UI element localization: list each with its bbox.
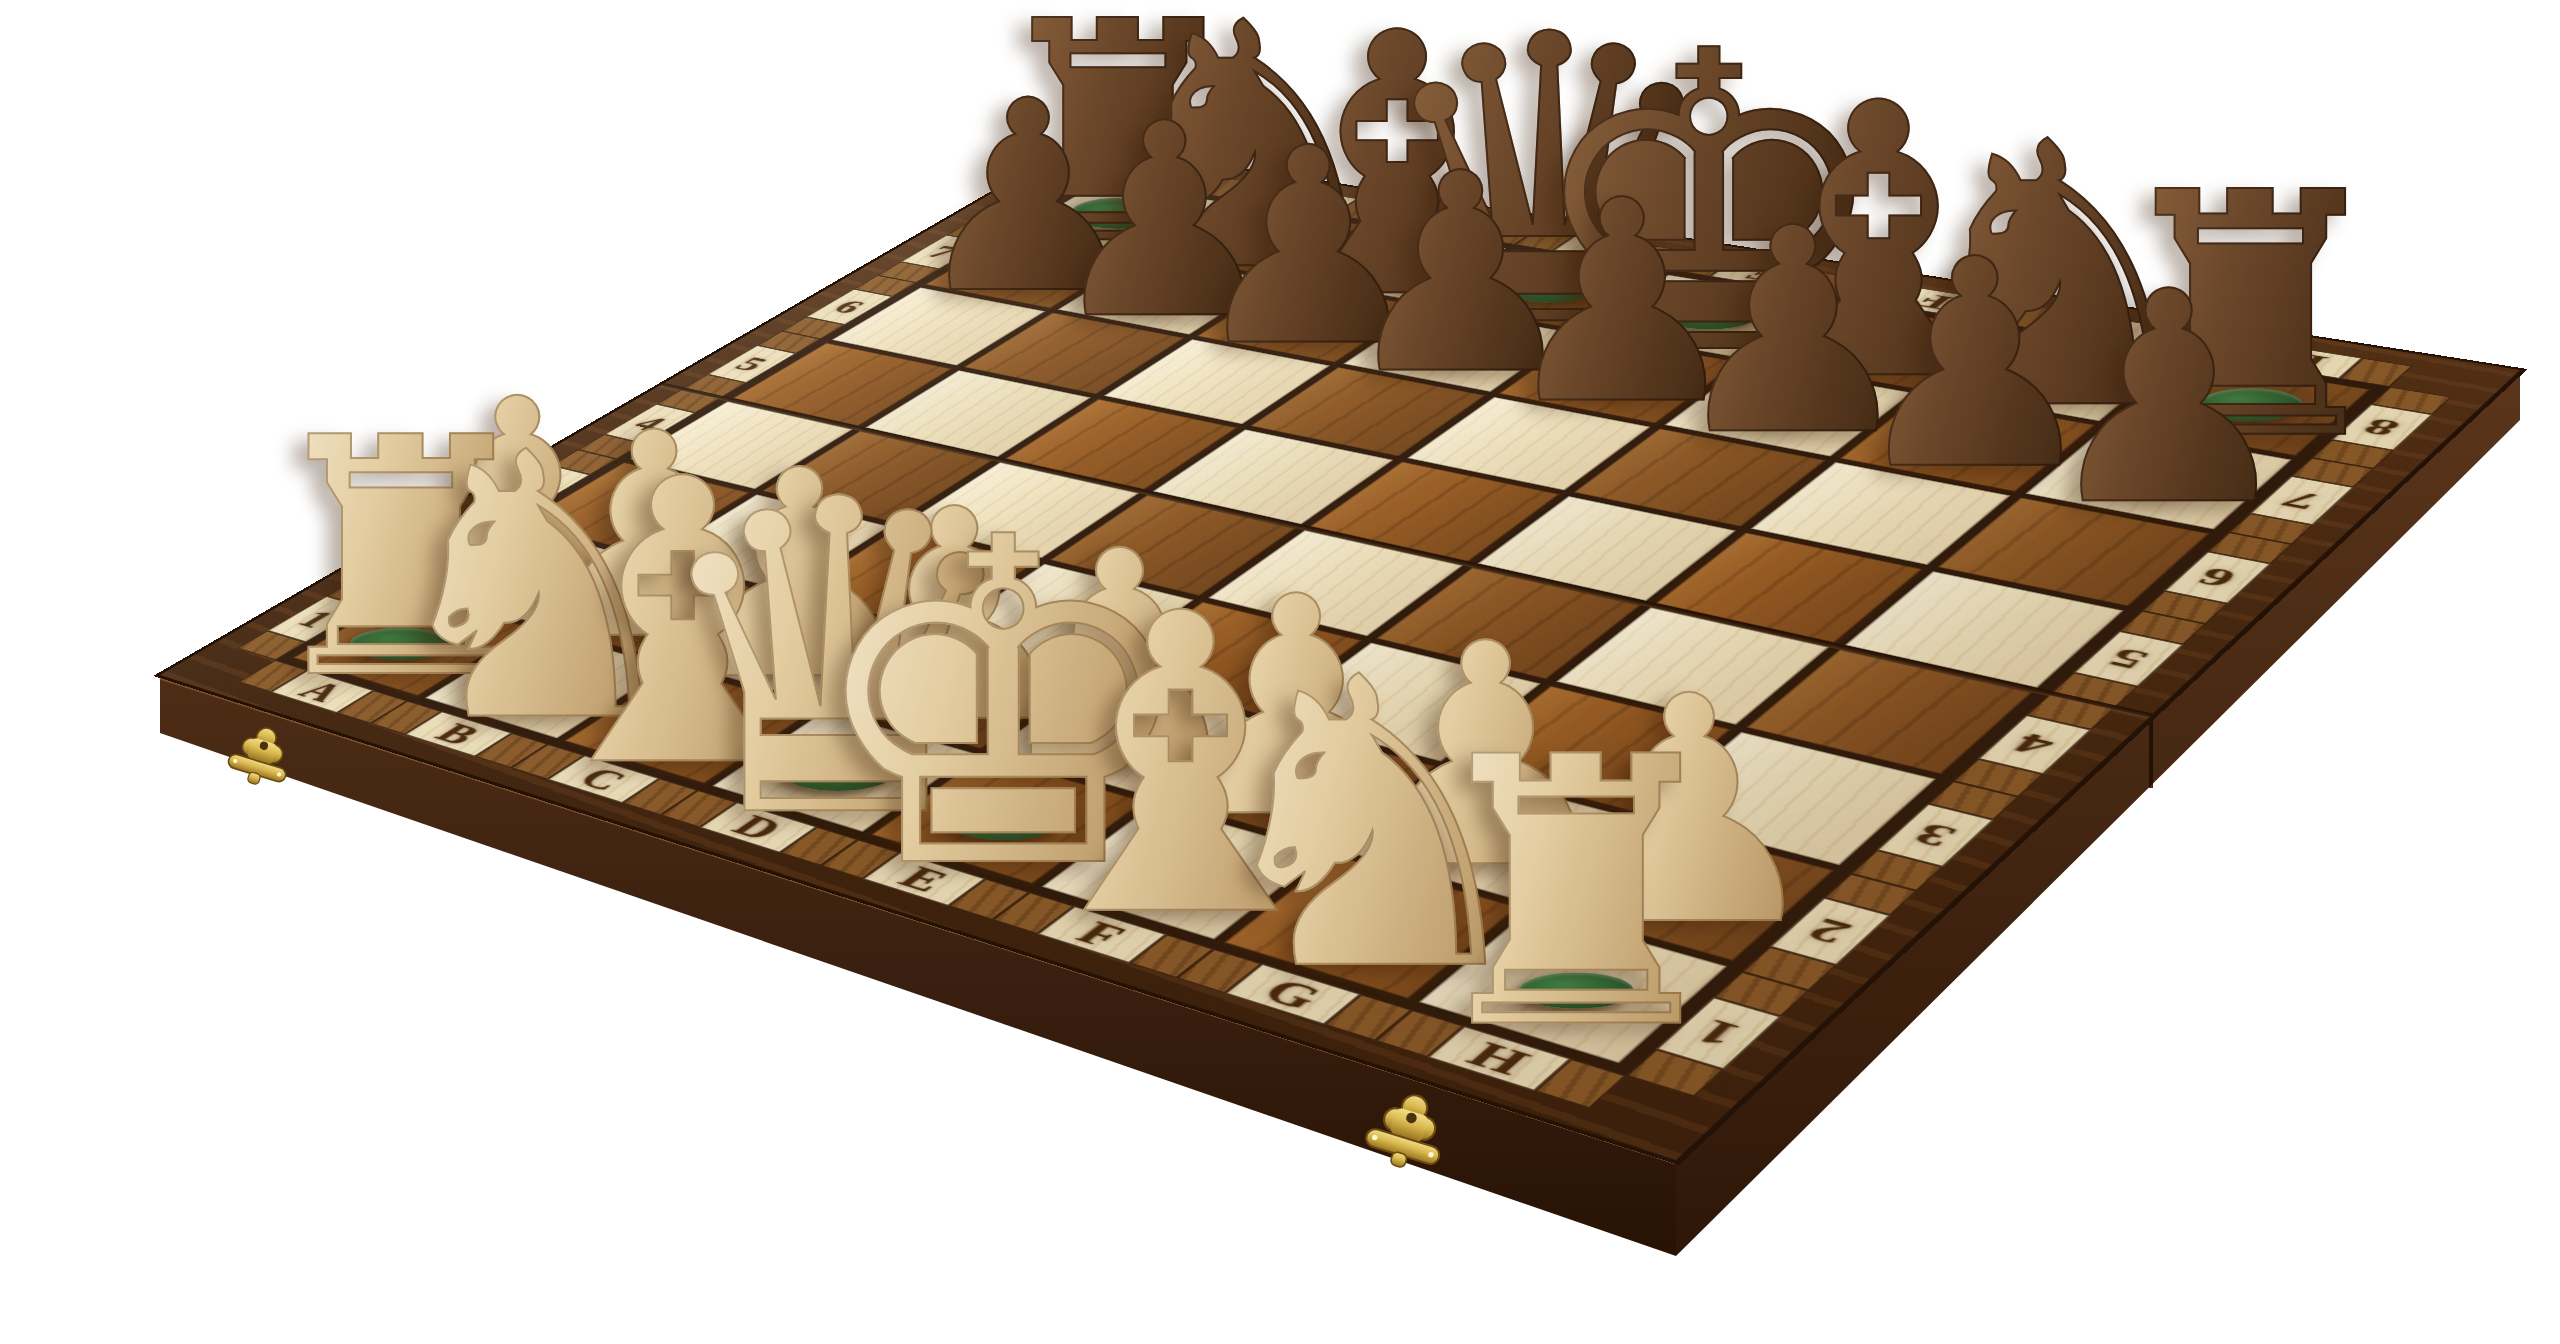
pieces-layer: ♜♞♝♛♚♝♞♜♟♟♟♟♟♟♟♟♟♟♟♟♟♟♟♟♜♞♝♛♚♝♞♜ (0, 0, 2560, 1344)
black-pawn-glyph: ♟ (2038, 254, 2300, 546)
chess-set-scene: ABCDEFGH ABCDEFGH 87654321 87654321 ♜♞♝♛… (0, 0, 2560, 1344)
white-rook-glyph: ♜ (1411, 710, 1742, 1080)
